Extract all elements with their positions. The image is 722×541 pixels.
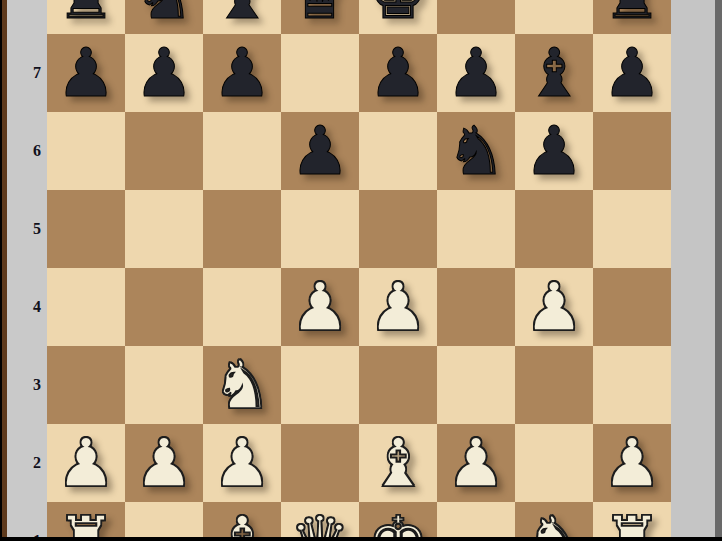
square-b8[interactable]: ♞ xyxy=(125,0,203,34)
square-a2[interactable]: ♟ xyxy=(47,424,125,502)
piece-white-pawn[interactable]: ♟ xyxy=(125,424,203,502)
piece-black-rook[interactable]: ♜ xyxy=(47,0,125,34)
rank-label-5: 5 xyxy=(5,190,41,268)
square-f8[interactable] xyxy=(437,0,515,34)
square-h2[interactable]: ♟ xyxy=(593,424,671,502)
square-g2[interactable] xyxy=(515,424,593,502)
square-b4[interactable] xyxy=(125,268,203,346)
rank-label-1: 1 xyxy=(5,502,41,541)
square-c1[interactable]: ♝ xyxy=(203,502,281,541)
square-b5[interactable] xyxy=(125,190,203,268)
square-a8[interactable]: ♜ xyxy=(47,0,125,34)
square-d5[interactable] xyxy=(281,190,359,268)
square-g5[interactable] xyxy=(515,190,593,268)
piece-black-bishop[interactable]: ♝ xyxy=(203,0,281,34)
square-a3[interactable] xyxy=(47,346,125,424)
piece-white-pawn[interactable]: ♟ xyxy=(515,268,593,346)
square-a4[interactable] xyxy=(47,268,125,346)
square-d4[interactable]: ♟ xyxy=(281,268,359,346)
piece-white-pawn[interactable]: ♟ xyxy=(359,268,437,346)
square-f1[interactable] xyxy=(437,502,515,541)
window-right-border xyxy=(715,0,722,541)
piece-white-pawn[interactable]: ♟ xyxy=(281,268,359,346)
square-d7[interactable] xyxy=(281,34,359,112)
square-e2[interactable]: ♝ xyxy=(359,424,437,502)
square-f4[interactable] xyxy=(437,268,515,346)
piece-black-pawn[interactable]: ♟ xyxy=(47,34,125,112)
square-b2[interactable]: ♟ xyxy=(125,424,203,502)
piece-black-pawn[interactable]: ♟ xyxy=(515,112,593,190)
rank-label-3: 3 xyxy=(5,346,41,424)
square-b1[interactable] xyxy=(125,502,203,541)
rank-label-7: 7 xyxy=(5,34,41,112)
square-a5[interactable] xyxy=(47,190,125,268)
piece-black-knight[interactable]: ♞ xyxy=(437,112,515,190)
piece-black-queen[interactable]: ♛ xyxy=(281,0,359,34)
square-c2[interactable]: ♟ xyxy=(203,424,281,502)
square-g1[interactable]: ♞ xyxy=(515,502,593,541)
square-g4[interactable]: ♟ xyxy=(515,268,593,346)
piece-white-pawn[interactable]: ♟ xyxy=(47,424,125,502)
piece-black-king[interactable]: ♚ xyxy=(359,0,437,34)
square-e3[interactable] xyxy=(359,346,437,424)
piece-white-bishop[interactable]: ♝ xyxy=(203,502,281,541)
window-bottom-border xyxy=(0,537,722,541)
piece-black-pawn[interactable]: ♟ xyxy=(203,34,281,112)
square-c6[interactable] xyxy=(203,112,281,190)
square-e6[interactable] xyxy=(359,112,437,190)
square-c3[interactable]: ♞ xyxy=(203,346,281,424)
square-f6[interactable]: ♞ xyxy=(437,112,515,190)
piece-white-bishop[interactable]: ♝ xyxy=(359,424,437,502)
piece-white-pawn[interactable]: ♟ xyxy=(437,424,515,502)
square-d8[interactable]: ♛ xyxy=(281,0,359,34)
square-b6[interactable] xyxy=(125,112,203,190)
rank-label-6: 6 xyxy=(5,112,41,190)
piece-white-king[interactable]: ♚ xyxy=(359,502,437,541)
square-b7[interactable]: ♟ xyxy=(125,34,203,112)
piece-white-knight[interactable]: ♞ xyxy=(515,502,593,541)
square-e4[interactable]: ♟ xyxy=(359,268,437,346)
square-e7[interactable]: ♟ xyxy=(359,34,437,112)
square-g8[interactable] xyxy=(515,0,593,34)
square-g6[interactable]: ♟ xyxy=(515,112,593,190)
square-c4[interactable] xyxy=(203,268,281,346)
square-h8[interactable]: ♜ xyxy=(593,0,671,34)
square-c5[interactable] xyxy=(203,190,281,268)
square-a7[interactable]: ♟ xyxy=(47,34,125,112)
piece-white-rook[interactable]: ♜ xyxy=(47,502,125,541)
square-h6[interactable] xyxy=(593,112,671,190)
piece-black-pawn[interactable]: ♟ xyxy=(437,34,515,112)
square-f2[interactable]: ♟ xyxy=(437,424,515,502)
square-d6[interactable]: ♟ xyxy=(281,112,359,190)
square-g3[interactable] xyxy=(515,346,593,424)
square-e8[interactable]: ♚ xyxy=(359,0,437,34)
piece-black-pawn[interactable]: ♟ xyxy=(125,34,203,112)
piece-white-pawn[interactable]: ♟ xyxy=(593,424,671,502)
piece-white-queen[interactable]: ♛ xyxy=(281,502,359,541)
square-b3[interactable] xyxy=(125,346,203,424)
square-d1[interactable]: ♛ xyxy=(281,502,359,541)
square-a1[interactable]: ♜ xyxy=(47,502,125,541)
board-right-margin xyxy=(671,0,715,541)
piece-black-knight[interactable]: ♞ xyxy=(125,0,203,34)
square-d3[interactable] xyxy=(281,346,359,424)
square-e5[interactable] xyxy=(359,190,437,268)
piece-black-pawn[interactable]: ♟ xyxy=(281,112,359,190)
square-h4[interactable] xyxy=(593,268,671,346)
square-d2[interactable] xyxy=(281,424,359,502)
rank-label-2: 2 xyxy=(5,424,41,502)
square-c7[interactable]: ♟ xyxy=(203,34,281,112)
piece-white-pawn[interactable]: ♟ xyxy=(203,424,281,502)
piece-black-pawn[interactable]: ♟ xyxy=(359,34,437,112)
chess-app-window: 7654321 ♜♞♝♛♚♜♟♟♟♟♟♝♟♟♞♟♟♟♟♞♟♟♟♝♟♟♜♝♛♚♞♜ xyxy=(0,0,722,541)
board-left-margin: 7654321 xyxy=(7,0,43,541)
chess-board[interactable]: ♜♞♝♛♚♜♟♟♟♟♟♝♟♟♞♟♟♟♟♞♟♟♟♝♟♟♜♝♛♚♞♜ xyxy=(47,0,671,541)
square-h5[interactable] xyxy=(593,190,671,268)
piece-black-rook[interactable]: ♜ xyxy=(593,0,671,34)
square-g7[interactable]: ♝ xyxy=(515,34,593,112)
square-c8[interactable]: ♝ xyxy=(203,0,281,34)
piece-black-pawn[interactable]: ♟ xyxy=(593,34,671,112)
rank-label-4: 4 xyxy=(5,268,41,346)
piece-white-rook[interactable]: ♜ xyxy=(593,502,671,541)
square-e1[interactable]: ♚ xyxy=(359,502,437,541)
square-f5[interactable] xyxy=(437,190,515,268)
square-a6[interactable] xyxy=(47,112,125,190)
piece-white-knight[interactable]: ♞ xyxy=(203,346,281,424)
piece-black-bishop[interactable]: ♝ xyxy=(515,34,593,112)
square-f3[interactable] xyxy=(437,346,515,424)
square-h1[interactable]: ♜ xyxy=(593,502,671,541)
square-f7[interactable]: ♟ xyxy=(437,34,515,112)
square-h7[interactable]: ♟ xyxy=(593,34,671,112)
square-h3[interactable] xyxy=(593,346,671,424)
